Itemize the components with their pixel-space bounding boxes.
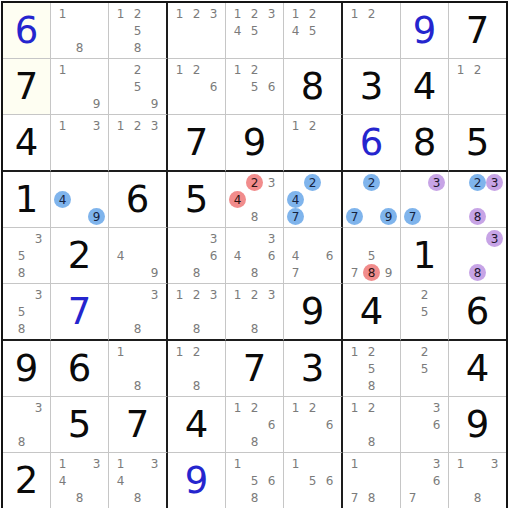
candidate-2-blue-highlight[interactable]: 2 — [363, 174, 380, 191]
candidate-grid: 238 — [449, 172, 506, 227]
candidate-8[interactable]: 8 — [188, 320, 205, 337]
candidate-grid: 467 — [284, 228, 341, 283]
candidate-8[interactable]: 8 — [13, 264, 30, 281]
candidate-4[interactable]: 4 — [287, 22, 304, 39]
cell-r1c6[interactable]: 1245 — [284, 3, 343, 59]
candidate-1[interactable]: 1 — [346, 455, 363, 472]
given-digit: 5 — [185, 181, 209, 218]
cell-r6c1[interactable]: 358 — [3, 284, 51, 341]
candidate-1[interactable]: 1 — [287, 5, 304, 22]
cell-r1c1[interactable]: 6 — [3, 3, 51, 59]
candidate-1[interactable]: 1 — [54, 61, 71, 78]
candidate-2-blue-highlight[interactable]: 2 — [304, 174, 321, 191]
candidate-2[interactable]: 2 — [363, 399, 380, 416]
candidate-3[interactable]: 3 — [263, 230, 280, 247]
cell-r6c8[interactable]: 25 — [401, 284, 449, 341]
cell-r8c1[interactable]: 38 — [3, 397, 51, 453]
cell-r8c3[interactable]: 7 — [109, 397, 168, 453]
candidate-8[interactable]: 8 — [13, 320, 30, 337]
candidate-2[interactable]: 2 — [129, 61, 146, 78]
cell-r1c8[interactable]: 9 — [401, 3, 449, 59]
candidate-grid: 1348 — [109, 453, 166, 508]
candidate-8-purple-highlight[interactable]: 8 — [469, 264, 486, 281]
candidate-grid: 123 — [109, 115, 166, 170]
cell-r9c8[interactable]: 367 — [401, 453, 449, 508]
candidate-9-blue-highlight[interactable]: 9 — [88, 208, 105, 225]
given-digit: 4 — [466, 350, 490, 387]
cell-r6c2[interactable]: 7 — [51, 284, 109, 341]
candidate-grid: 12 — [284, 115, 341, 170]
candidate-8[interactable]: 8 — [71, 39, 88, 56]
candidate-grid: 13 — [51, 115, 108, 170]
candidate-9-blue-highlight[interactable]: 9 — [380, 208, 397, 225]
candidate-6[interactable]: 6 — [263, 472, 280, 489]
cell-r5c2[interactable]: 2 — [51, 228, 109, 284]
candidate-1[interactable]: 1 — [452, 61, 469, 78]
cell-r5c4[interactable]: 368 — [168, 228, 226, 284]
candidate-grid: 19 — [51, 59, 108, 114]
candidate-2[interactable]: 2 — [188, 286, 205, 303]
candidate-3[interactable]: 3 — [428, 455, 445, 472]
candidate-8[interactable]: 8 — [363, 377, 380, 394]
candidate-8[interactable]: 8 — [363, 489, 380, 506]
cell-r2c8[interactable]: 4 — [401, 59, 449, 115]
given-digit: 3 — [301, 350, 325, 387]
cell-r6c5[interactable]: 1238 — [226, 284, 284, 341]
candidate-5[interactable]: 5 — [246, 78, 263, 95]
given-digit: 6 — [466, 293, 490, 330]
candidate-2[interactable]: 2 — [416, 343, 433, 360]
candidate-grid: 358 — [3, 284, 50, 339]
candidate-grid: 5789 — [343, 228, 400, 283]
candidate-2[interactable]: 2 — [188, 5, 205, 22]
given-digit: 9 — [243, 124, 267, 161]
candidate-1[interactable]: 1 — [171, 61, 188, 78]
cell-r9c3[interactable]: 1348 — [109, 453, 168, 508]
candidate-1[interactable]: 1 — [229, 399, 246, 416]
candidate-4-blue-highlight[interactable]: 4 — [54, 191, 71, 208]
cell-r4c9[interactable]: 238 — [449, 172, 506, 228]
candidate-5[interactable]: 5 — [363, 247, 380, 264]
cell-r8c4[interactable]: 4 — [168, 397, 226, 453]
candidate-grid: 358 — [3, 228, 50, 283]
candidate-7[interactable]: 7 — [346, 264, 363, 281]
candidate-grid: 2348 — [226, 172, 283, 227]
candidate-1[interactable]: 1 — [229, 455, 246, 472]
candidate-grid: 247 — [284, 172, 341, 227]
candidate-4[interactable]: 4 — [229, 22, 246, 39]
cell-r4c1[interactable]: 1 — [3, 172, 51, 228]
candidate-grid: 1245 — [284, 3, 341, 58]
given-digit: 6 — [126, 181, 150, 218]
candidate-1[interactable]: 1 — [54, 117, 71, 134]
candidate-grid: 25 — [401, 341, 448, 396]
cell-r1c9[interactable]: 7 — [449, 3, 506, 59]
candidate-3[interactable]: 3 — [30, 230, 47, 247]
cell-r7c1[interactable]: 9 — [3, 341, 51, 397]
solved-digit: 6 — [15, 12, 39, 49]
given-digit: 2 — [68, 237, 92, 274]
cell-r2c1[interactable]: 7 — [3, 59, 51, 115]
cell-r6c7[interactable]: 4 — [343, 284, 401, 341]
cell-r9c2[interactable]: 1348 — [51, 453, 109, 508]
candidate-1[interactable]: 1 — [171, 343, 188, 360]
candidate-5[interactable]: 5 — [129, 22, 146, 39]
cell-r7c5[interactable]: 7 — [226, 341, 284, 397]
candidate-grid: 36 — [401, 397, 448, 452]
candidate-grid: 38 — [3, 397, 50, 452]
candidate-grid: 128 — [168, 341, 225, 396]
cell-r1c4[interactable]: 123 — [168, 3, 226, 59]
candidate-6[interactable]: 6 — [205, 247, 222, 264]
cell-r5c9[interactable]: 38 — [449, 228, 506, 284]
cell-r8c7[interactable]: 128 — [343, 397, 401, 453]
cell-r4c6[interactable]: 247 — [284, 172, 343, 228]
candidate-2[interactable]: 2 — [304, 399, 321, 416]
candidate-7-blue-highlight[interactable]: 7 — [287, 208, 304, 225]
given-digit: 7 — [126, 406, 150, 443]
candidate-1[interactable]: 1 — [229, 61, 246, 78]
candidate-grid: 25 — [401, 284, 448, 339]
given-digit: 1 — [413, 237, 437, 274]
cell-r3c7[interactable]: 6 — [343, 115, 401, 172]
candidate-2[interactable]: 2 — [246, 399, 263, 416]
candidate-8[interactable]: 8 — [246, 208, 263, 225]
candidate-7-blue-highlight[interactable]: 7 — [404, 208, 421, 225]
candidate-1[interactable]: 1 — [287, 399, 304, 416]
candidate-5[interactable]: 5 — [13, 303, 30, 320]
candidate-grid: 38 — [449, 228, 506, 283]
cell-r3c4[interactable]: 7 — [168, 115, 226, 172]
candidate-4-blue-highlight[interactable]: 4 — [287, 191, 304, 208]
solved-digit: 9 — [185, 462, 209, 499]
candidate-grid: 123 — [168, 3, 225, 58]
candidate-8[interactable]: 8 — [188, 264, 205, 281]
candidate-5[interactable]: 5 — [13, 247, 30, 264]
candidate-6[interactable]: 6 — [428, 472, 445, 489]
candidate-3[interactable]: 3 — [205, 286, 222, 303]
given-digit: 4 — [360, 293, 384, 330]
candidate-1[interactable]: 1 — [171, 286, 188, 303]
candidate-1[interactable]: 1 — [112, 455, 129, 472]
candidate-8[interactable]: 8 — [129, 39, 146, 56]
candidate-grid: 1348 — [51, 453, 108, 508]
candidate-3-purple-highlight[interactable]: 3 — [486, 174, 503, 191]
candidate-3[interactable]: 3 — [88, 117, 105, 134]
candidate-4[interactable]: 4 — [229, 247, 246, 264]
candidate-grid: 1258 — [343, 341, 400, 396]
cell-r4c5[interactable]: 2348 — [226, 172, 284, 228]
candidate-8[interactable]: 8 — [129, 320, 146, 337]
cell-r2c2[interactable]: 19 — [51, 59, 109, 115]
cell-r4c3[interactable]: 6 — [109, 172, 168, 228]
candidate-9[interactable]: 9 — [146, 95, 163, 112]
cell-r5c6[interactable]: 467 — [284, 228, 343, 284]
cell-r6c6[interactable]: 9 — [284, 284, 343, 341]
given-digit: 9 — [301, 293, 325, 330]
given-digit: 3 — [360, 68, 384, 105]
candidate-1[interactable]: 1 — [346, 343, 363, 360]
candidate-4[interactable]: 4 — [54, 472, 71, 489]
candidate-grid: 279 — [343, 172, 400, 227]
candidate-grid: 38 — [109, 284, 166, 339]
given-digit: 6 — [68, 350, 92, 387]
candidate-6[interactable]: 6 — [263, 78, 280, 95]
candidate-1[interactable]: 1 — [287, 455, 304, 472]
candidate-5[interactable]: 5 — [304, 472, 321, 489]
candidate-9[interactable]: 9 — [146, 264, 163, 281]
candidate-5[interactable]: 5 — [416, 303, 433, 320]
cell-r2c5[interactable]: 1256 — [226, 59, 284, 115]
candidate-8[interactable]: 8 — [363, 433, 380, 450]
candidate-3[interactable]: 3 — [146, 117, 163, 134]
sudoku-grid: 6181258123123451245129771925912612568341… — [1, 1, 508, 508]
candidate-5[interactable]: 5 — [304, 22, 321, 39]
given-digit: 7 — [185, 124, 209, 161]
cell-r7c3[interactable]: 18 — [109, 341, 168, 397]
candidate-grid: 178 — [343, 453, 400, 508]
cell-r2c7[interactable]: 3 — [343, 59, 401, 115]
candidate-grid: 12 — [343, 3, 400, 58]
candidate-1[interactable]: 1 — [54, 455, 71, 472]
solved-digit: 6 — [360, 124, 384, 161]
candidate-1[interactable]: 1 — [171, 5, 188, 22]
cell-r4c7[interactable]: 279 — [343, 172, 401, 228]
candidate-6[interactable]: 6 — [321, 472, 338, 489]
candidate-8[interactable]: 8 — [246, 264, 263, 281]
cell-r3c8[interactable]: 8 — [401, 115, 449, 172]
cell-r3c2[interactable]: 13 — [51, 115, 109, 172]
candidate-3[interactable]: 3 — [263, 286, 280, 303]
candidate-2[interactable]: 2 — [416, 286, 433, 303]
cell-r1c3[interactable]: 1258 — [109, 3, 168, 59]
candidate-8-purple-highlight[interactable]: 8 — [469, 208, 486, 225]
candidate-grid: 1268 — [226, 397, 283, 452]
candidate-grid: 259 — [109, 59, 166, 114]
candidate-1[interactable]: 1 — [229, 5, 246, 22]
candidate-1[interactable]: 1 — [112, 5, 129, 22]
solved-digit: 7 — [68, 293, 92, 330]
cell-r8c9[interactable]: 9 — [449, 397, 506, 453]
candidate-grid: 1568 — [226, 453, 283, 508]
cell-r6c9[interactable]: 6 — [449, 284, 506, 341]
candidate-1[interactable]: 1 — [112, 343, 129, 360]
candidate-1[interactable]: 1 — [112, 117, 129, 134]
cell-r9c1[interactable]: 2 — [3, 453, 51, 508]
candidate-6[interactable]: 6 — [321, 416, 338, 433]
candidate-grid: 49 — [51, 172, 108, 227]
cell-r9c9[interactable]: 138 — [449, 453, 506, 508]
candidate-2[interactable]: 2 — [129, 117, 146, 134]
candidate-grid: 126 — [284, 397, 341, 452]
candidate-grid: 18 — [51, 3, 108, 58]
candidate-3[interactable]: 3 — [486, 455, 503, 472]
candidate-4-red-highlight[interactable]: 4 — [229, 191, 246, 208]
candidate-6[interactable]: 6 — [321, 247, 338, 264]
candidate-7-blue-highlight[interactable]: 7 — [346, 208, 363, 225]
candidate-7[interactable]: 7 — [346, 489, 363, 506]
candidate-6[interactable]: 6 — [205, 78, 222, 95]
candidate-grid: 3468 — [226, 228, 283, 283]
candidate-1[interactable]: 1 — [229, 286, 246, 303]
candidate-6[interactable]: 6 — [263, 247, 280, 264]
candidate-3[interactable]: 3 — [88, 455, 105, 472]
cell-r2c9[interactable]: 12 — [449, 59, 506, 115]
cell-r3c9[interactable]: 5 — [449, 115, 506, 172]
given-digit: 9 — [466, 406, 490, 443]
candidate-8[interactable]: 8 — [246, 320, 263, 337]
candidate-3[interactable]: 3 — [30, 286, 47, 303]
candidate-2[interactable]: 2 — [246, 5, 263, 22]
cell-r5c1[interactable]: 358 — [3, 228, 51, 284]
candidate-grid: 37 — [401, 172, 448, 227]
candidate-3[interactable]: 3 — [146, 286, 163, 303]
candidate-7[interactable]: 7 — [287, 264, 304, 281]
cell-r3c5[interactable]: 9 — [226, 115, 284, 172]
cell-r1c7[interactable]: 12 — [343, 3, 401, 59]
cell-r9c7[interactable]: 178 — [343, 453, 401, 508]
cell-r3c3[interactable]: 123 — [109, 115, 168, 172]
candidate-3[interactable]: 3 — [263, 5, 280, 22]
cell-r4c2[interactable]: 49 — [51, 172, 109, 228]
given-digit: 4 — [185, 406, 209, 443]
candidate-8[interactable]: 8 — [188, 377, 205, 394]
candidate-3[interactable]: 3 — [205, 230, 222, 247]
given-digit: 8 — [301, 68, 325, 105]
candidate-8[interactable]: 8 — [246, 433, 263, 450]
candidate-6[interactable]: 6 — [263, 416, 280, 433]
cell-r1c2[interactable]: 18 — [51, 3, 109, 59]
candidate-grid: 368 — [168, 228, 225, 283]
given-digit: 8 — [413, 124, 437, 161]
candidate-2[interactable]: 2 — [304, 117, 321, 134]
candidate-5[interactable]: 5 — [129, 78, 146, 95]
candidate-8[interactable]: 8 — [129, 377, 146, 394]
cell-r8c6[interactable]: 126 — [284, 397, 343, 453]
candidate-5[interactable]: 5 — [363, 360, 380, 377]
candidate-2[interactable]: 2 — [188, 61, 205, 78]
cell-r8c8[interactable]: 36 — [401, 397, 449, 453]
cell-r9c5[interactable]: 1568 — [226, 453, 284, 508]
candidate-3-purple-highlight[interactable]: 3 — [486, 230, 503, 247]
given-digit: 7 — [466, 12, 490, 49]
candidate-4[interactable]: 4 — [112, 247, 129, 264]
cell-r9c4[interactable]: 9 — [168, 453, 226, 508]
cell-r7c7[interactable]: 1258 — [343, 341, 401, 397]
candidate-5[interactable]: 5 — [416, 360, 433, 377]
candidate-8-red-highlight[interactable]: 8 — [363, 264, 380, 281]
candidate-1[interactable]: 1 — [346, 399, 363, 416]
cell-r7c9[interactable]: 4 — [449, 341, 506, 397]
candidate-1[interactable]: 1 — [287, 117, 304, 134]
candidate-3[interactable]: 3 — [263, 174, 280, 191]
cell-r7c4[interactable]: 128 — [168, 341, 226, 397]
candidate-1[interactable]: 1 — [346, 5, 363, 22]
candidate-2[interactable]: 2 — [363, 5, 380, 22]
candidate-3[interactable]: 3 — [428, 399, 445, 416]
candidate-grid: 49 — [109, 228, 166, 283]
cell-r4c8[interactable]: 37 — [401, 172, 449, 228]
candidate-3[interactable]: 3 — [205, 5, 222, 22]
candidate-2[interactable]: 2 — [129, 5, 146, 22]
candidate-8[interactable]: 8 — [129, 489, 146, 506]
candidate-2[interactable]: 2 — [246, 286, 263, 303]
candidate-5[interactable]: 5 — [246, 22, 263, 39]
candidate-8[interactable]: 8 — [246, 489, 263, 506]
cell-r2c6[interactable]: 8 — [284, 59, 343, 115]
cell-r9c6[interactable]: 156 — [284, 453, 343, 508]
candidate-2-blue-highlight[interactable]: 2 — [469, 174, 486, 191]
cell-r2c4[interactable]: 126 — [168, 59, 226, 115]
candidate-grid: 126 — [168, 59, 225, 114]
given-digit: 9 — [15, 350, 39, 387]
candidate-grid: 138 — [449, 453, 506, 508]
candidate-grid: 156 — [284, 453, 341, 508]
cell-r8c2[interactable]: 5 — [51, 397, 109, 453]
cell-r7c2[interactable]: 6 — [51, 341, 109, 397]
cell-r3c1[interactable]: 4 — [3, 115, 51, 172]
candidate-grid: 1258 — [109, 3, 166, 58]
cell-r5c3[interactable]: 49 — [109, 228, 168, 284]
given-digit: 4 — [413, 68, 437, 105]
candidate-1[interactable]: 1 — [54, 5, 71, 22]
cell-r8c5[interactable]: 1268 — [226, 397, 284, 453]
candidate-grid: 1256 — [226, 59, 283, 114]
given-digit: 7 — [243, 350, 267, 387]
cell-r5c7[interactable]: 5789 — [343, 228, 401, 284]
candidate-3-purple-highlight[interactable]: 3 — [428, 174, 445, 191]
candidate-4[interactable]: 4 — [112, 472, 129, 489]
cell-r6c3[interactable]: 38 — [109, 284, 168, 341]
candidate-2-red-highlight[interactable]: 2 — [246, 174, 263, 191]
candidate-7[interactable]: 7 — [404, 489, 421, 506]
candidate-2[interactable]: 2 — [188, 343, 205, 360]
candidate-2[interactable]: 2 — [246, 61, 263, 78]
candidate-5[interactable]: 5 — [246, 472, 263, 489]
cell-r7c6[interactable]: 3 — [284, 341, 343, 397]
cell-r6c4[interactable]: 1238 — [168, 284, 226, 341]
candidate-9[interactable]: 9 — [380, 264, 397, 281]
cell-r7c8[interactable]: 25 — [401, 341, 449, 397]
cell-r5c5[interactable]: 3468 — [226, 228, 284, 284]
solved-digit: 9 — [413, 12, 437, 49]
candidate-8[interactable]: 8 — [13, 433, 30, 450]
candidate-3[interactable]: 3 — [30, 399, 47, 416]
candidate-2[interactable]: 2 — [363, 343, 380, 360]
candidate-3[interactable]: 3 — [146, 455, 163, 472]
candidate-8[interactable]: 8 — [71, 489, 88, 506]
candidate-1[interactable]: 1 — [452, 455, 469, 472]
cell-r5c8[interactable]: 1 — [401, 228, 449, 284]
candidate-grid: 1238 — [226, 284, 283, 339]
candidate-2[interactable]: 2 — [304, 5, 321, 22]
candidate-2[interactable]: 2 — [469, 61, 486, 78]
candidate-grid: 12345 — [226, 3, 283, 58]
candidate-6[interactable]: 6 — [428, 416, 445, 433]
candidate-grid: 12 — [449, 59, 506, 114]
given-digit: 5 — [466, 124, 490, 161]
given-digit: 1 — [15, 181, 39, 218]
candidate-9[interactable]: 9 — [88, 95, 105, 112]
cell-r2c3[interactable]: 259 — [109, 59, 168, 115]
candidate-4[interactable]: 4 — [287, 247, 304, 264]
candidate-grid: 18 — [109, 341, 166, 396]
given-digit: 5 — [68, 406, 92, 443]
candidate-8[interactable]: 8 — [469, 489, 486, 506]
cell-r1c5[interactable]: 12345 — [226, 3, 284, 59]
cell-r4c4[interactable]: 5 — [168, 172, 226, 228]
cell-r3c6[interactable]: 12 — [284, 115, 343, 172]
